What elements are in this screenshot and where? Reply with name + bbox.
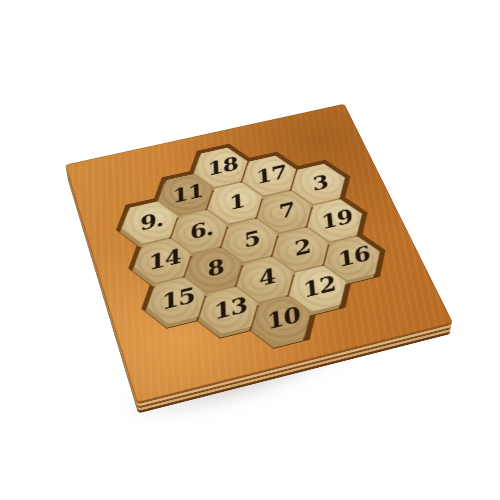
recess-cell-c3r1 (243, 183, 327, 241)
recess-cell-c3r0 (229, 148, 311, 204)
tile-side (151, 174, 218, 221)
tile-number: 3 (307, 173, 330, 194)
tile-number: 4 (253, 267, 277, 290)
tile-number: 18 (202, 155, 239, 178)
tile-number: 11 (167, 182, 204, 206)
tile-number: 17 (251, 163, 288, 187)
tile-18[interactable]: 18 (188, 145, 255, 190)
board-3d-stack: 9.1415116.813181541017721231916 (95, 85, 405, 395)
tile-number: 10 (261, 305, 302, 333)
tile-side (234, 156, 302, 202)
tile-side (199, 183, 267, 231)
tile-1[interactable]: 1 (201, 179, 269, 226)
tile-9[interactable]: 9. (116, 198, 184, 247)
tile-number: 6. (185, 219, 215, 242)
recess-cell-c1r0 (146, 166, 227, 223)
tile-19[interactable]: 19 (300, 196, 370, 244)
tile-17[interactable]: 17 (236, 153, 304, 199)
tile-number: 12 (297, 274, 337, 301)
tile-3[interactable]: 3 (284, 161, 353, 207)
tile-number: 1 (224, 192, 246, 213)
tile-number: 16 (332, 244, 372, 270)
recess-cell-c2r1 (194, 174, 277, 232)
tile-11[interactable]: 11 (153, 171, 220, 218)
tile-number: 9. (135, 210, 164, 233)
tile-number: 13 (209, 295, 249, 323)
tile-side (186, 148, 253, 194)
tile-number: 14 (143, 247, 182, 273)
tile-number: 2 (289, 237, 313, 259)
tile-side (249, 191, 318, 239)
tile-number: 7 (273, 200, 296, 221)
tile-7[interactable]: 7 (250, 188, 319, 236)
tile-number: 19 (315, 207, 354, 232)
tile-number: 8 (202, 258, 225, 281)
puzzle-board: 9.1415116.813181541017721231916 (65, 104, 453, 403)
tile-side (283, 164, 352, 211)
tile-layer: 9.1415116.813181541017721231916 (65, 104, 453, 403)
recess-cell-c2r0 (181, 140, 262, 195)
recess-cell-c4r0 (277, 156, 360, 212)
tile-number: 15 (157, 286, 197, 314)
tile-number: 5 (238, 228, 261, 250)
product-photo-scene: 9.1415116.813181541017721231916 (0, 0, 500, 500)
